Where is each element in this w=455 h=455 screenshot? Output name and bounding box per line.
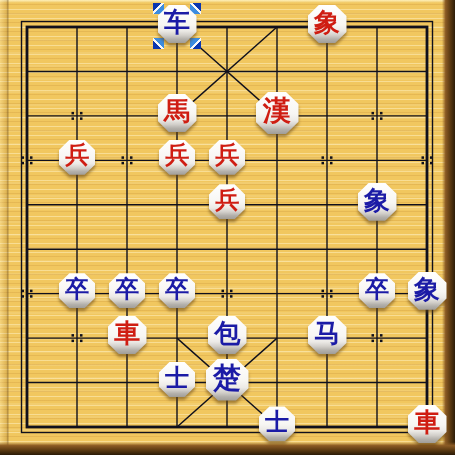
piece-tile: 象: [408, 272, 447, 310]
piece-glyph: 卒: [365, 277, 389, 301]
piece-cho-soldier[interactable]: 卒: [359, 273, 395, 308]
piece-glyph: 兵: [165, 143, 189, 167]
piece-glyph: 象: [364, 187, 390, 213]
janggi-board: 车象馬漢兵兵兵兵象卒卒卒卒象車包马士楚士車: [0, 0, 455, 455]
piece-cho-elephant[interactable]: 象: [408, 272, 447, 310]
piece-glyph: 馬: [164, 98, 190, 124]
piece-tile: 楚: [206, 359, 249, 401]
piece-cho-advisor[interactable]: 士: [159, 362, 195, 397]
piece-glyph: 兵: [215, 188, 239, 212]
piece-han-soldier[interactable]: 兵: [59, 140, 95, 175]
piece-cho-chariot[interactable]: 车: [158, 5, 197, 43]
piece-glyph: 卒: [65, 277, 89, 301]
piece-glyph: 卒: [115, 277, 139, 301]
piece-cho-soldier[interactable]: 卒: [159, 273, 195, 308]
piece-glyph: 兵: [65, 143, 89, 167]
piece-tile: 卒: [59, 273, 95, 308]
piece-cho-horse[interactable]: 马: [308, 316, 347, 354]
piece-han-horse[interactable]: 馬: [158, 94, 197, 132]
piece-han-chariot[interactable]: 車: [108, 316, 147, 354]
piece-glyph: 車: [114, 320, 140, 346]
piece-han-soldier[interactable]: 兵: [209, 184, 245, 219]
piece-tile: 卒: [359, 273, 395, 308]
piece-tile: 卒: [109, 273, 145, 308]
piece-tile: 馬: [158, 94, 197, 132]
piece-glyph: 包: [214, 320, 240, 346]
piece-glyph: 马: [314, 320, 340, 346]
piece-han-general[interactable]: 漢: [256, 92, 299, 134]
piece-glyph: 兵: [215, 143, 239, 167]
piece-cho-soldier[interactable]: 卒: [59, 273, 95, 308]
piece-tile: 车: [158, 5, 197, 43]
piece-cho-advisor[interactable]: 士: [259, 406, 295, 441]
piece-han-chariot[interactable]: 車: [408, 405, 447, 443]
piece-han-elephant[interactable]: 象: [308, 5, 347, 43]
piece-han-soldier[interactable]: 兵: [159, 140, 195, 175]
piece-glyph: 漢: [263, 97, 291, 125]
piece-tile: 象: [308, 5, 347, 43]
piece-glyph: 車: [414, 409, 440, 435]
piece-cho-cannon[interactable]: 包: [208, 316, 247, 354]
piece-cho-soldier[interactable]: 卒: [109, 273, 145, 308]
piece-glyph: 楚: [213, 364, 241, 392]
piece-tile: 車: [408, 405, 447, 443]
piece-tile: 马: [308, 316, 347, 354]
piece-glyph: 士: [165, 366, 189, 390]
piece-glyph: 士: [265, 410, 289, 434]
piece-tile: 士: [259, 406, 295, 441]
piece-glyph: 车: [164, 9, 190, 35]
piece-tile: 包: [208, 316, 247, 354]
piece-tile: 象: [358, 183, 397, 221]
piece-cho-general[interactable]: 楚: [206, 359, 249, 401]
piece-tile: 兵: [209, 184, 245, 219]
piece-tile: 兵: [59, 140, 95, 175]
piece-tile: 車: [108, 316, 147, 354]
piece-tile: 兵: [209, 140, 245, 175]
piece-han-soldier[interactable]: 兵: [209, 140, 245, 175]
board-grid: 车象馬漢兵兵兵兵象卒卒卒卒象車包马士楚士車: [2, 5, 452, 449]
piece-tile: 卒: [159, 273, 195, 308]
piece-glyph: 卒: [165, 277, 189, 301]
piece-tile: 漢: [256, 92, 299, 134]
piece-glyph: 象: [414, 276, 440, 302]
piece-tile: 兵: [159, 140, 195, 175]
piece-tile: 士: [159, 362, 195, 397]
piece-glyph: 象: [314, 9, 340, 35]
piece-cho-elephant[interactable]: 象: [358, 183, 397, 221]
